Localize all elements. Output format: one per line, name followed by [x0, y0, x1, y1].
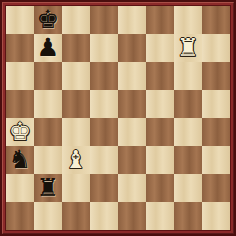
square-f1[interactable]	[146, 202, 174, 230]
square-h4[interactable]	[202, 118, 230, 146]
square-h6[interactable]	[202, 62, 230, 90]
square-h8[interactable]	[202, 6, 230, 34]
square-h5[interactable]	[202, 90, 230, 118]
square-c5[interactable]	[62, 90, 90, 118]
square-c8[interactable]	[62, 6, 90, 34]
square-c3[interactable]: ♝	[62, 146, 90, 174]
square-b5[interactable]	[34, 90, 62, 118]
square-f2[interactable]	[146, 174, 174, 202]
square-d1[interactable]	[90, 202, 118, 230]
square-f8[interactable]	[146, 6, 174, 34]
square-d2[interactable]	[90, 174, 118, 202]
square-a7[interactable]	[6, 34, 34, 62]
square-f4[interactable]	[146, 118, 174, 146]
square-e5[interactable]	[118, 90, 146, 118]
square-a4[interactable]: ♚	[6, 118, 34, 146]
square-e8[interactable]	[118, 6, 146, 34]
square-g5[interactable]	[174, 90, 202, 118]
square-d3[interactable]	[90, 146, 118, 174]
black-knight[interactable]: ♞	[9, 147, 31, 172]
board-frame: ♚♟♜♚♞♝♜	[0, 0, 236, 236]
square-e7[interactable]	[118, 34, 146, 62]
square-h7[interactable]	[202, 34, 230, 62]
square-h1[interactable]	[202, 202, 230, 230]
square-h2[interactable]	[202, 174, 230, 202]
square-e4[interactable]	[118, 118, 146, 146]
square-b8[interactable]: ♚	[34, 6, 62, 34]
square-g3[interactable]	[174, 146, 202, 174]
square-g4[interactable]	[174, 118, 202, 146]
square-e2[interactable]	[118, 174, 146, 202]
square-b3[interactable]	[34, 146, 62, 174]
square-f3[interactable]	[146, 146, 174, 174]
square-g6[interactable]	[174, 62, 202, 90]
square-g7[interactable]: ♜	[174, 34, 202, 62]
square-c2[interactable]	[62, 174, 90, 202]
square-a6[interactable]	[6, 62, 34, 90]
square-d4[interactable]	[90, 118, 118, 146]
chess-board: ♚♟♜♚♞♝♜	[6, 6, 230, 230]
square-h3[interactable]	[202, 146, 230, 174]
square-d8[interactable]	[90, 6, 118, 34]
square-e3[interactable]	[118, 146, 146, 174]
white-king[interactable]: ♚	[9, 119, 31, 144]
square-f5[interactable]	[146, 90, 174, 118]
square-f7[interactable]	[146, 34, 174, 62]
square-a3[interactable]: ♞	[6, 146, 34, 174]
square-a1[interactable]	[6, 202, 34, 230]
square-a5[interactable]	[6, 90, 34, 118]
square-f6[interactable]	[146, 62, 174, 90]
square-b7[interactable]: ♟	[34, 34, 62, 62]
square-d6[interactable]	[90, 62, 118, 90]
square-g2[interactable]	[174, 174, 202, 202]
square-c7[interactable]	[62, 34, 90, 62]
square-b1[interactable]	[34, 202, 62, 230]
square-a8[interactable]	[6, 6, 34, 34]
black-pawn[interactable]: ♟	[37, 35, 59, 60]
square-e6[interactable]	[118, 62, 146, 90]
square-d7[interactable]	[90, 34, 118, 62]
square-g1[interactable]	[174, 202, 202, 230]
white-bishop[interactable]: ♝	[65, 147, 87, 172]
square-c1[interactable]	[62, 202, 90, 230]
square-a2[interactable]	[6, 174, 34, 202]
black-rook[interactable]: ♜	[37, 175, 59, 200]
black-king[interactable]: ♚	[37, 7, 59, 32]
white-rook[interactable]: ♜	[177, 35, 199, 60]
square-b4[interactable]	[34, 118, 62, 146]
square-b2[interactable]: ♜	[34, 174, 62, 202]
square-c4[interactable]	[62, 118, 90, 146]
square-e1[interactable]	[118, 202, 146, 230]
square-d5[interactable]	[90, 90, 118, 118]
square-b6[interactable]	[34, 62, 62, 90]
square-g8[interactable]	[174, 6, 202, 34]
square-c6[interactable]	[62, 62, 90, 90]
